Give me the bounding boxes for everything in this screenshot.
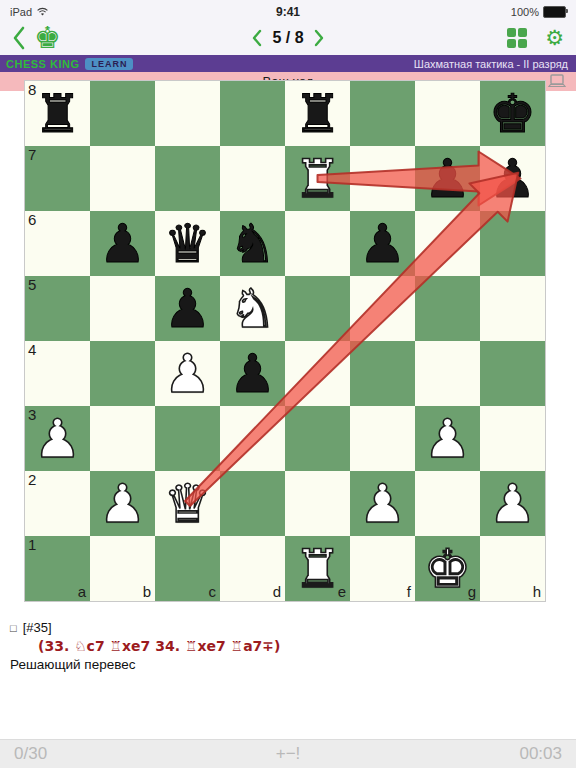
rank-label-7: 7 [28,146,36,163]
square-b6[interactable]: ♟ [90,211,155,276]
settings-gear-icon[interactable]: ⚙ [545,28,564,49]
square-h8[interactable]: ♚ [480,81,545,146]
clock: 9:41 [0,5,576,19]
square-g5[interactable] [415,276,480,341]
bottom-status-bar: 0/30 +−! 00:03 [0,739,576,768]
square-h2[interactable]: ♟ [480,471,545,536]
square-h6[interactable] [480,211,545,276]
annotation-panel: □ [#35] (33. ♘c7 ♖xe7 34. ♖xe7 ♖a7∓) Реш… [0,612,576,680]
square-g6[interactable] [415,211,480,276]
square-d8[interactable] [220,81,285,146]
black-queen-c6: ♛ [155,211,220,276]
square-f3[interactable] [350,406,415,471]
file-label-e: e [338,583,346,600]
back-chevron-icon[interactable] [12,25,26,51]
square-a5[interactable]: 5 [25,276,90,341]
square-b5[interactable] [90,276,155,341]
square-e7[interactable]: ♜ [285,146,350,211]
square-e5[interactable] [285,276,350,341]
square-a3[interactable]: 3♟ [25,406,90,471]
white-pawn-c4: ♟ [155,341,220,406]
file-label-c: c [209,583,217,600]
file-label-a: a [78,583,86,600]
square-h4[interactable] [480,341,545,406]
square-g1[interactable]: g♚ [415,536,480,601]
square-e6[interactable] [285,211,350,276]
square-b4[interactable] [90,341,155,406]
white-rook-e7: ♜ [285,146,350,211]
rank-label-5: 5 [28,276,36,293]
square-d2[interactable] [220,471,285,536]
puzzle-list-grid-icon[interactable] [507,28,527,48]
file-label-b: b [143,583,151,600]
eval-hint: +−! [0,744,576,764]
computer-icon[interactable] [546,74,568,89]
white-pawn-f2: ♟ [350,471,415,536]
black-pawn-g7: ♟ [415,146,480,211]
black-rook-e8: ♜ [285,81,350,146]
square-c5[interactable]: ♟ [155,276,220,341]
battery-icon [543,6,566,18]
square-b1[interactable]: b [90,536,155,601]
square-h1[interactable]: h [480,536,545,601]
square-c8[interactable] [155,81,220,146]
rank-label-2: 2 [28,471,36,488]
square-f8[interactable] [350,81,415,146]
rank-label-3: 3 [28,406,36,423]
square-h3[interactable] [480,406,545,471]
square-g2[interactable] [415,471,480,536]
square-e2[interactable] [285,471,350,536]
square-c6[interactable]: ♛ [155,211,220,276]
solution-variation: (33. ♘c7 ♖xe7 34. ♖xe7 ♖a7∓) [38,638,566,654]
black-pawn-d4: ♟ [220,341,285,406]
rank-label-4: 4 [28,341,36,358]
next-puzzle-chevron-icon[interactable] [314,29,324,47]
square-d4[interactable]: ♟ [220,341,285,406]
square-b8[interactable] [90,81,155,146]
evaluation-text: Решающий перевес [10,657,566,672]
square-d6[interactable]: ♞ [220,211,285,276]
square-f1[interactable]: f [350,536,415,601]
square-e4[interactable] [285,341,350,406]
square-g3[interactable]: ♟ [415,406,480,471]
file-label-g: g [468,583,476,600]
brand-bar: CHESS KING LEARN Шахматная тактика - II … [0,55,576,72]
square-d1[interactable]: d [220,536,285,601]
square-c2[interactable]: ♛ [155,471,220,536]
chessking-logo-icon[interactable]: ♚ [34,23,61,53]
rank-label-6: 6 [28,211,36,228]
file-label-h: h [533,583,541,600]
status-bar: iPad 9:41 100% [0,0,576,21]
top-chrome: iPad 9:41 100% ♚ 5 / 8 [0,0,576,55]
square-a8[interactable]: 8♜ [25,81,90,146]
black-knight-d6: ♞ [220,211,285,276]
square-g4[interactable] [415,341,480,406]
black-pawn-c5: ♟ [155,276,220,341]
prev-puzzle-chevron-icon[interactable] [252,29,262,47]
square-e8[interactable]: ♜ [285,81,350,146]
black-pawn-b6: ♟ [90,211,155,276]
rank-label-8: 8 [28,81,36,98]
square-c7[interactable] [155,146,220,211]
square-a4[interactable]: 4 [25,341,90,406]
black-pawn-f6: ♟ [350,211,415,276]
puzzle-counter: 5 / 8 [272,29,303,47]
square-e3[interactable] [285,406,350,471]
puzzle-id: [#35] [23,620,52,635]
square-c1[interactable]: c [155,536,220,601]
square-d5[interactable]: ♞ [220,276,285,341]
square-d7[interactable] [220,146,285,211]
white-queen-c2: ♛ [155,471,220,536]
square-f7[interactable] [350,146,415,211]
square-h7[interactable]: ♟ [480,146,545,211]
square-d3[interactable] [220,406,285,471]
chess-board: 8♜♜♚7♜♟♟6♟♛♞♟5♟♞4♟♟3♟♟2♟♛♟♟1abcde♜fg♚h [24,80,546,602]
square-a6[interactable]: 6 [25,211,90,276]
rank-label-1: 1 [28,536,36,553]
square-c3[interactable] [155,406,220,471]
white-pawn-h2: ♟ [480,471,545,536]
white-pawn-b2: ♟ [90,471,155,536]
file-label-f: f [407,583,411,600]
brand-name: CHESS KING [6,58,79,70]
white-pawn-g3: ♟ [415,406,480,471]
white-knight-d5: ♞ [220,276,285,341]
square-b3[interactable] [90,406,155,471]
square-h5[interactable] [480,276,545,341]
black-king-h8: ♚ [480,81,545,146]
square-g8[interactable] [415,81,480,146]
square-a2[interactable]: 2 [25,471,90,536]
white-to-move-marker: □ [10,622,17,634]
square-a7[interactable]: 7 [25,146,90,211]
square-f2[interactable]: ♟ [350,471,415,536]
course-title: Шахматная тактика - II разряд [414,58,570,70]
nav-bar: ♚ 5 / 8 ⚙ [0,21,576,55]
black-pawn-h7: ♟ [480,146,545,211]
square-g7[interactable]: ♟ [415,146,480,211]
square-b2[interactable]: ♟ [90,471,155,536]
square-e1[interactable]: e♜ [285,536,350,601]
square-b7[interactable] [90,146,155,211]
square-f6[interactable]: ♟ [350,211,415,276]
learn-badge: LEARN [85,58,133,70]
square-f5[interactable] [350,276,415,341]
file-label-d: d [273,583,281,600]
square-c4[interactable]: ♟ [155,341,220,406]
square-a1[interactable]: 1a [25,536,90,601]
square-f4[interactable] [350,341,415,406]
